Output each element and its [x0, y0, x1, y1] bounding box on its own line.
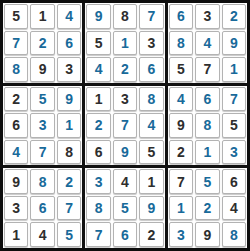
cell-r7c5[interactable]: 4	[113, 169, 137, 194]
cell-r8c6[interactable]: 9	[139, 196, 163, 221]
cell-r7c1[interactable]: 9	[4, 169, 28, 194]
cell-r4c6[interactable]: 8	[139, 87, 163, 112]
cell-r4c1[interactable]: 2	[4, 87, 28, 112]
cell-r4c3[interactable]: 9	[57, 87, 81, 112]
cell-r8c3[interactable]: 7	[57, 196, 81, 221]
cell-r5c4[interactable]: 2	[86, 113, 110, 138]
cell-r2c7[interactable]: 8	[169, 31, 193, 56]
cell-r4c8[interactable]: 6	[195, 87, 219, 112]
cell-r6c4[interactable]: 6	[86, 140, 110, 165]
cell-r7c2[interactable]: 8	[30, 169, 54, 194]
cell-r1c7[interactable]: 6	[169, 4, 193, 29]
cell-r6c3[interactable]: 8	[57, 140, 81, 165]
box-separator-vertical	[165, 3, 168, 248]
sudoku-board: 5149876327265138498934265712591384676312…	[0, 0, 250, 251]
cell-r6c2[interactable]: 7	[30, 140, 54, 165]
cell-r5c2[interactable]: 3	[30, 113, 54, 138]
cell-r2c5[interactable]: 1	[113, 31, 137, 56]
cell-r6c8[interactable]: 1	[195, 140, 219, 165]
cell-r7c7[interactable]: 7	[169, 169, 193, 194]
cell-r4c2[interactable]: 5	[30, 87, 54, 112]
cell-r1c2[interactable]: 1	[30, 4, 54, 29]
cell-r5c1[interactable]: 6	[4, 113, 28, 138]
cell-r8c9[interactable]: 4	[222, 196, 246, 221]
cell-r3c5[interactable]: 2	[113, 57, 137, 82]
cell-r6c9[interactable]: 3	[222, 140, 246, 165]
cell-r3c7[interactable]: 5	[169, 57, 193, 82]
cell-r9c7[interactable]: 3	[169, 222, 193, 247]
cell-r3c3[interactable]: 3	[57, 57, 81, 82]
cell-r1c3[interactable]: 4	[57, 4, 81, 29]
cell-r1c8[interactable]: 3	[195, 4, 219, 29]
cell-r2c1[interactable]: 7	[4, 31, 28, 56]
cell-r2c2[interactable]: 2	[30, 31, 54, 56]
cell-r3c1[interactable]: 8	[4, 57, 28, 82]
cell-r8c1[interactable]: 3	[4, 196, 28, 221]
cell-r9c4[interactable]: 7	[86, 222, 110, 247]
cell-r3c4[interactable]: 4	[86, 57, 110, 82]
cell-r7c8[interactable]: 5	[195, 169, 219, 194]
cell-r2c8[interactable]: 4	[195, 31, 219, 56]
box-separator-vertical	[82, 3, 85, 248]
cell-r4c9[interactable]: 7	[222, 87, 246, 112]
cell-r6c1[interactable]: 4	[4, 140, 28, 165]
cell-r9c8[interactable]: 9	[195, 222, 219, 247]
cell-r2c3[interactable]: 6	[57, 31, 81, 56]
cell-r3c9[interactable]: 1	[222, 57, 246, 82]
cell-r9c1[interactable]: 1	[4, 222, 28, 247]
cell-r5c5[interactable]: 7	[113, 113, 137, 138]
cell-r4c5[interactable]: 3	[113, 87, 137, 112]
cell-r1c9[interactable]: 2	[222, 4, 246, 29]
cell-r9c5[interactable]: 6	[113, 222, 137, 247]
cell-r9c9[interactable]: 8	[222, 222, 246, 247]
cell-r1c1[interactable]: 5	[4, 4, 28, 29]
cell-r8c4[interactable]: 8	[86, 196, 110, 221]
box-separator-horizontal	[3, 165, 247, 168]
cell-r2c6[interactable]: 3	[139, 31, 163, 56]
cell-r9c6[interactable]: 2	[139, 222, 163, 247]
cell-r5c7[interactable]: 9	[169, 113, 193, 138]
cell-r7c6[interactable]: 1	[139, 169, 163, 194]
cell-r8c5[interactable]: 5	[113, 196, 137, 221]
cell-r2c9[interactable]: 9	[222, 31, 246, 56]
cell-r5c3[interactable]: 1	[57, 113, 81, 138]
cell-r7c3[interactable]: 2	[57, 169, 81, 194]
cell-r1c6[interactable]: 7	[139, 4, 163, 29]
cell-r3c8[interactable]: 7	[195, 57, 219, 82]
cell-r4c4[interactable]: 1	[86, 87, 110, 112]
cell-r9c3[interactable]: 5	[57, 222, 81, 247]
cell-r8c2[interactable]: 6	[30, 196, 54, 221]
box-separator-horizontal	[3, 83, 247, 86]
cell-r2c4[interactable]: 5	[86, 31, 110, 56]
cell-r5c9[interactable]: 5	[222, 113, 246, 138]
cell-r5c6[interactable]: 4	[139, 113, 163, 138]
cell-r1c4[interactable]: 9	[86, 4, 110, 29]
cell-r6c5[interactable]: 9	[113, 140, 137, 165]
cell-r8c7[interactable]: 1	[169, 196, 193, 221]
cell-r1c5[interactable]: 8	[113, 4, 137, 29]
cell-r7c9[interactable]: 6	[222, 169, 246, 194]
cell-r9c2[interactable]: 4	[30, 222, 54, 247]
cell-r6c7[interactable]: 2	[169, 140, 193, 165]
cell-r6c6[interactable]: 5	[139, 140, 163, 165]
cell-r7c4[interactable]: 3	[86, 169, 110, 194]
cell-r8c8[interactable]: 2	[195, 196, 219, 221]
cell-r3c2[interactable]: 9	[30, 57, 54, 82]
cell-r4c7[interactable]: 4	[169, 87, 193, 112]
cell-r5c8[interactable]: 8	[195, 113, 219, 138]
cell-r3c6[interactable]: 6	[139, 57, 163, 82]
